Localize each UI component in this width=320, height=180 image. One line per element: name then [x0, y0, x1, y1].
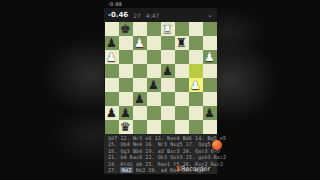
- square-f6[interactable]: [175, 50, 189, 64]
- square-g6[interactable]: [189, 50, 203, 64]
- square-d3[interactable]: [147, 92, 161, 106]
- xrecorder-watermark: XRecorder: [176, 165, 210, 173]
- square-c5[interactable]: [133, 64, 147, 78]
- evaluation-score: -0.46: [108, 11, 128, 19]
- square-h8[interactable]: [203, 22, 217, 36]
- move-text: 27.: [108, 167, 120, 173]
- square-d8[interactable]: [147, 22, 161, 36]
- square-f3[interactable]: [175, 92, 189, 106]
- square-f1[interactable]: [175, 120, 189, 134]
- square-c8[interactable]: [133, 22, 147, 36]
- square-d4[interactable]: ♟: [147, 78, 161, 92]
- square-c4[interactable]: [133, 78, 147, 92]
- square-b4[interactable]: [119, 78, 133, 92]
- square-h6[interactable]: ♟: [203, 50, 217, 64]
- top-mini-text: -0.99: [104, 0, 217, 8]
- chevron-down-icon[interactable]: ⌄: [207, 12, 213, 18]
- square-e6[interactable]: [161, 50, 175, 64]
- square-b3[interactable]: [119, 92, 133, 106]
- move-line[interactable]: 15. Qb4 Ne4 16. Nc3 Nxg5 17. Qxg5 f6: [108, 141, 213, 147]
- chess-board[interactable]: ♚♜♟♟♜♟♟♟♟♟♟♟♟♟♛: [105, 22, 217, 134]
- square-a2[interactable]: ♟: [105, 106, 119, 120]
- square-b7[interactable]: [119, 36, 133, 50]
- square-g1[interactable]: [189, 120, 203, 134]
- square-c6[interactable]: [133, 50, 147, 64]
- square-f2[interactable]: [175, 106, 189, 120]
- clock-time: 4:47: [146, 12, 159, 19]
- square-h3[interactable]: [203, 92, 217, 106]
- square-c1[interactable]: [133, 120, 147, 134]
- square-b5[interactable]: [119, 64, 133, 78]
- square-a7[interactable]: ♟: [105, 36, 119, 50]
- blurred-left-bar: [0, 0, 104, 180]
- square-d2[interactable]: [147, 106, 161, 120]
- square-g3[interactable]: [189, 92, 203, 106]
- square-g7[interactable]: [189, 36, 203, 50]
- square-h4[interactable]: [203, 78, 217, 92]
- square-a1[interactable]: [105, 120, 119, 134]
- square-a8[interactable]: [105, 22, 119, 36]
- screen-recorder-button-icon[interactable]: [212, 140, 222, 150]
- square-a3[interactable]: [105, 92, 119, 106]
- square-a6[interactable]: ♟: [105, 50, 119, 64]
- square-a5[interactable]: [105, 64, 119, 78]
- watermark-text: Recorder: [181, 165, 210, 173]
- move-number: 27: [133, 12, 141, 19]
- video-frame: -0.99 -0.46 27 4:47 ⌄ ♚♜♟♟♜♟♟♟♟♟♟♟♟♟♛ Qd…: [0, 0, 320, 180]
- square-d5[interactable]: [147, 64, 161, 78]
- square-d7[interactable]: [147, 36, 161, 50]
- square-h1[interactable]: [203, 120, 217, 134]
- square-d1[interactable]: [147, 120, 161, 134]
- square-c3[interactable]: ♟: [133, 92, 147, 106]
- square-e4[interactable]: [161, 78, 175, 92]
- square-a4[interactable]: [105, 78, 119, 92]
- bottom-strip: [104, 174, 217, 180]
- square-h2[interactable]: ♟: [203, 106, 217, 120]
- square-b6[interactable]: [119, 50, 133, 64]
- blurred-right-bar: [217, 0, 320, 180]
- square-e8[interactable]: ♜: [161, 22, 175, 36]
- square-g4[interactable]: ♟: [189, 78, 203, 92]
- analysis-header: -0.46 27 4:47 ⌄: [104, 8, 217, 22]
- square-g5[interactable]: [189, 64, 203, 78]
- square-e7[interactable]: [161, 36, 175, 50]
- square-e3[interactable]: [161, 92, 175, 106]
- move-line[interactable]: 21. b4 Rac8 22. Qh3 Qxh3 23. gxh3 Rxc2: [108, 154, 213, 160]
- square-f5[interactable]: [175, 64, 189, 78]
- square-c7[interactable]: ♟: [133, 36, 147, 50]
- square-f4[interactable]: [175, 78, 189, 92]
- square-e5[interactable]: ♟: [161, 64, 175, 78]
- phone-screen: -0.99 -0.46 27 4:47 ⌄ ♚♜♟♟♜♟♟♟♟♟♟♟♟♟♛ Qd…: [104, 0, 217, 180]
- square-f7[interactable]: ♜: [175, 36, 189, 50]
- square-b8[interactable]: ♚: [119, 22, 133, 36]
- square-d6[interactable]: [147, 50, 161, 64]
- square-c2[interactable]: [133, 106, 147, 120]
- square-b1[interactable]: ♛: [119, 120, 133, 134]
- square-b2[interactable]: ♟: [119, 106, 133, 120]
- square-g2[interactable]: [189, 106, 203, 120]
- square-e2[interactable]: [161, 106, 175, 120]
- square-g8[interactable]: [189, 22, 203, 36]
- square-e1[interactable]: [161, 120, 175, 134]
- current-move[interactable]: Rd2: [120, 167, 132, 173]
- square-h5[interactable]: [203, 64, 217, 78]
- square-f8[interactable]: [175, 22, 189, 36]
- square-h7[interactable]: [203, 36, 217, 50]
